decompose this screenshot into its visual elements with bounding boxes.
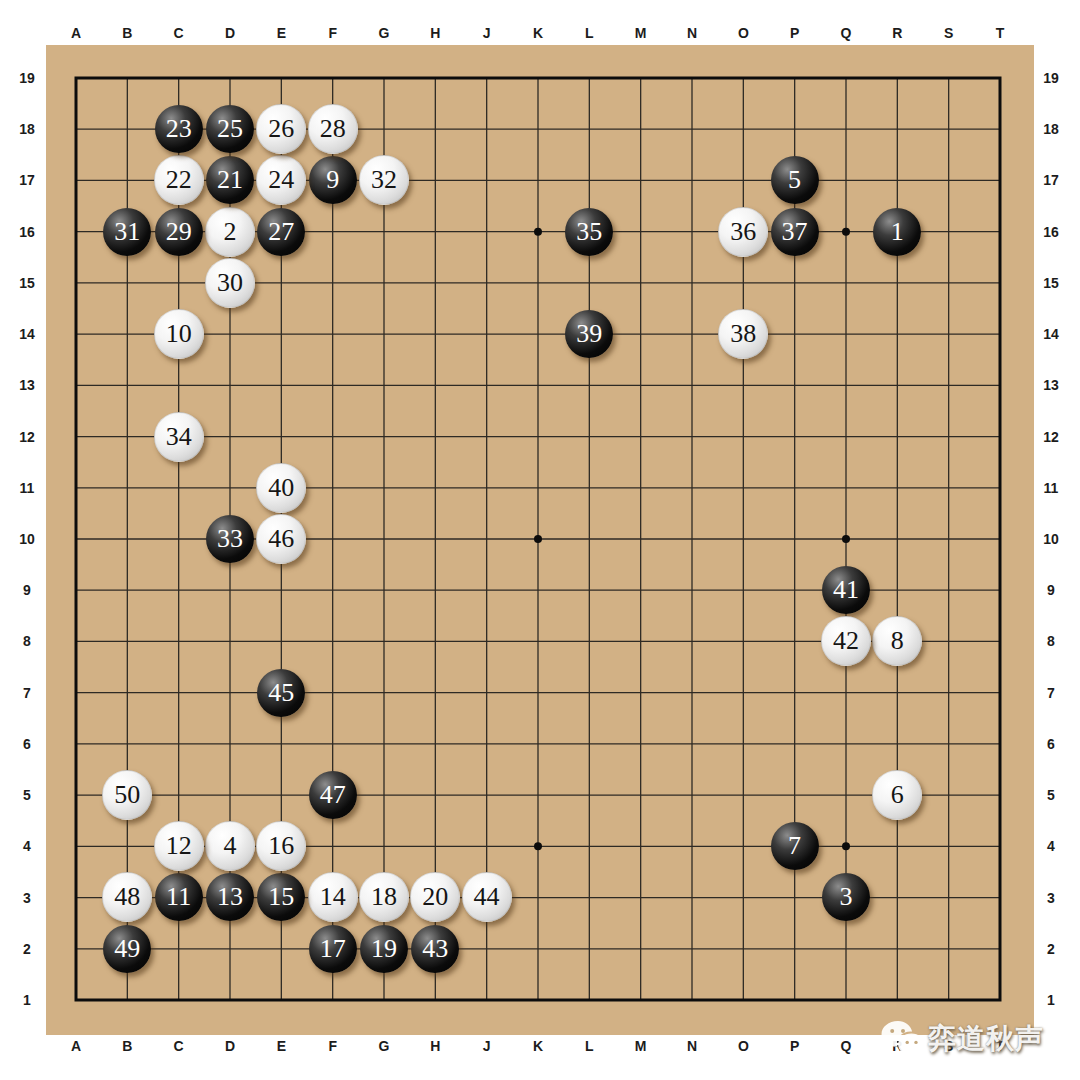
row-label-left-9: 9 [23, 582, 31, 598]
move-number: 22 [166, 167, 192, 193]
stone-white-F18: 28 [308, 104, 358, 154]
stone-white-E17: 24 [256, 155, 306, 205]
cell-B3: 48 [102, 872, 153, 923]
column-label-top-A: A [71, 25, 81, 41]
row-label-left-4: 4 [23, 838, 31, 854]
stone-white-Q8: 42 [821, 616, 871, 666]
cell-P17: 5 [769, 155, 820, 206]
stone-black-D3: 13 [206, 873, 254, 921]
move-number: 25 [217, 116, 243, 142]
stone-black-L14: 39 [565, 310, 613, 358]
cell-E4: 16 [256, 821, 307, 872]
column-label-top-O: O [738, 25, 749, 41]
cell-H3: 20 [410, 872, 461, 923]
row-label-right-10: 10 [1043, 531, 1059, 547]
row-label-right-16: 16 [1043, 224, 1059, 240]
stone-black-B2: 49 [103, 925, 151, 973]
stone-black-H2: 43 [411, 925, 459, 973]
go-diagram: 1234567891011121314151617181920212223242… [0, 0, 1080, 1080]
column-label-bottom-J: J [483, 1038, 491, 1054]
row-label-right-6: 6 [1047, 736, 1055, 752]
row-label-left-6: 6 [23, 736, 31, 752]
column-label-bottom-K: K [533, 1038, 543, 1054]
column-label-bottom-S: S [944, 1038, 953, 1054]
column-label-bottom-D: D [225, 1038, 235, 1054]
column-label-top-C: C [174, 25, 184, 41]
row-label-right-13: 13 [1043, 377, 1059, 393]
cell-G3: 18 [358, 872, 409, 923]
column-label-bottom-P: P [790, 1038, 799, 1054]
stone-black-P16: 37 [771, 208, 819, 256]
move-number: 32 [371, 167, 397, 193]
row-label-left-10: 10 [19, 531, 35, 547]
column-label-bottom-Q: Q [841, 1038, 852, 1054]
move-number: 5 [788, 167, 801, 193]
column-label-bottom-F: F [328, 1038, 337, 1054]
column-label-bottom-B: B [122, 1038, 132, 1054]
stone-black-F17: 9 [309, 156, 357, 204]
move-number: 36 [730, 219, 756, 245]
column-label-bottom-T: T [996, 1038, 1005, 1054]
column-label-top-S: S [944, 25, 953, 41]
move-number: 39 [576, 321, 602, 347]
move-number: 17 [320, 936, 346, 962]
stone-black-F5: 47 [309, 771, 357, 819]
row-label-right-1: 1 [1047, 992, 1055, 1008]
move-number: 23 [166, 116, 192, 142]
row-label-right-14: 14 [1043, 326, 1059, 342]
stone-white-J3: 44 [462, 872, 512, 922]
move-number: 46 [268, 526, 294, 552]
cell-C12: 34 [153, 411, 204, 462]
cell-O16: 36 [718, 206, 769, 257]
move-number: 18 [371, 884, 397, 910]
row-label-right-4: 4 [1047, 838, 1055, 854]
column-label-top-L: L [585, 25, 594, 41]
row-label-right-15: 15 [1043, 275, 1059, 291]
cell-E10: 46 [256, 513, 307, 564]
move-number: 35 [576, 219, 602, 245]
cell-D18: 25 [204, 104, 255, 155]
move-number: 16 [268, 833, 294, 859]
row-label-left-7: 7 [23, 685, 31, 701]
column-label-bottom-N: N [687, 1038, 697, 1054]
stone-white-O16: 36 [718, 207, 768, 257]
move-number: 8 [891, 628, 904, 654]
cell-C3: 11 [153, 872, 204, 923]
cell-O14: 38 [718, 308, 769, 359]
stone-black-E3: 15 [257, 873, 305, 921]
cell-J3: 44 [461, 872, 512, 923]
stone-white-E11: 40 [256, 463, 306, 513]
row-label-left-12: 12 [19, 429, 35, 445]
column-label-top-J: J [483, 25, 491, 41]
row-label-left-11: 11 [20, 480, 35, 496]
stone-white-R5: 6 [872, 770, 922, 820]
column-label-bottom-A: A [71, 1038, 81, 1054]
move-number: 47 [320, 782, 346, 808]
move-number: 50 [114, 782, 140, 808]
move-number: 12 [166, 833, 192, 859]
cell-D16: 2 [204, 206, 255, 257]
cell-C17: 22 [153, 155, 204, 206]
column-label-top-K: K [533, 25, 543, 41]
move-number: 20 [422, 884, 448, 910]
column-label-bottom-O: O [738, 1038, 749, 1054]
stone-black-E16: 27 [257, 208, 305, 256]
column-label-bottom-L: L [585, 1038, 594, 1054]
move-number: 24 [268, 167, 294, 193]
cell-D3: 13 [204, 872, 255, 923]
move-number: 48 [114, 884, 140, 910]
cell-D17: 21 [204, 155, 255, 206]
cell-C14: 10 [153, 308, 204, 359]
move-number: 28 [320, 116, 346, 142]
cell-F17: 9 [307, 155, 358, 206]
column-label-top-T: T [996, 25, 1005, 41]
stone-white-D15: 30 [205, 258, 255, 308]
column-label-top-F: F [328, 25, 337, 41]
column-label-bottom-H: H [430, 1038, 440, 1054]
move-number: 7 [788, 833, 801, 859]
cell-E17: 24 [256, 155, 307, 206]
move-number: 11 [166, 884, 191, 910]
move-number: 2 [223, 219, 236, 245]
row-label-left-8: 8 [23, 633, 31, 649]
stone-black-E7: 45 [257, 669, 305, 717]
cell-F2: 17 [307, 923, 358, 974]
column-label-bottom-C: C [174, 1038, 184, 1054]
cell-D15: 30 [204, 257, 255, 308]
row-label-left-1: 1 [23, 992, 31, 1008]
column-label-bottom-R: R [892, 1038, 902, 1054]
move-number: 31 [114, 219, 140, 245]
row-label-left-16: 16 [19, 224, 35, 240]
cell-E7: 45 [256, 667, 307, 718]
cell-R5: 6 [872, 769, 923, 820]
stone-black-P4: 7 [771, 822, 819, 870]
stone-white-F3: 14 [308, 872, 358, 922]
row-label-right-9: 9 [1047, 582, 1055, 598]
cell-C16: 29 [153, 206, 204, 257]
cell-R8: 8 [872, 616, 923, 667]
move-number: 21 [217, 167, 243, 193]
cell-Q8: 42 [820, 616, 871, 667]
column-label-top-G: G [379, 25, 390, 41]
column-label-top-E: E [277, 25, 286, 41]
stone-black-Q3: 3 [822, 873, 870, 921]
cell-E3: 15 [256, 872, 307, 923]
stone-black-R16: 1 [873, 208, 921, 256]
stone-white-E4: 16 [256, 821, 306, 871]
cell-B16: 31 [102, 206, 153, 257]
cell-F5: 47 [307, 769, 358, 820]
column-label-top-Q: Q [841, 25, 852, 41]
cell-F18: 28 [307, 104, 358, 155]
move-number: 41 [833, 577, 859, 603]
move-number: 13 [217, 884, 243, 910]
stone-white-C4: 12 [154, 821, 204, 871]
row-label-left-5: 5 [23, 787, 31, 803]
move-number: 38 [730, 321, 756, 347]
column-label-top-P: P [790, 25, 799, 41]
cell-Q3: 3 [820, 872, 871, 923]
move-number: 27 [268, 219, 294, 245]
stone-white-E10: 46 [256, 514, 306, 564]
column-label-bottom-G: G [379, 1038, 390, 1054]
column-label-top-M: M [635, 25, 647, 41]
stone-black-P17: 5 [771, 156, 819, 204]
move-number: 33 [217, 526, 243, 552]
row-label-right-19: 19 [1043, 70, 1059, 86]
row-label-left-2: 2 [23, 941, 31, 957]
row-label-right-7: 7 [1047, 685, 1055, 701]
move-number: 14 [320, 884, 346, 910]
stone-white-G17: 32 [359, 155, 409, 205]
cell-L16: 35 [564, 206, 615, 257]
column-label-top-D: D [225, 25, 235, 41]
cell-F3: 14 [307, 872, 358, 923]
move-number: 37 [782, 219, 808, 245]
stone-white-C12: 34 [154, 412, 204, 462]
move-number: 42 [833, 628, 859, 654]
cell-B2: 49 [102, 923, 153, 974]
stone-black-L16: 35 [565, 208, 613, 256]
cell-D10: 33 [204, 513, 255, 564]
stone-black-C16: 29 [155, 208, 203, 256]
stone-white-E18: 26 [256, 104, 306, 154]
cell-P16: 37 [769, 206, 820, 257]
move-number: 9 [326, 167, 339, 193]
stone-white-G3: 18 [359, 872, 409, 922]
row-label-right-12: 12 [1043, 429, 1059, 445]
stone-white-R8: 8 [872, 616, 922, 666]
cell-E11: 40 [256, 462, 307, 513]
move-number: 26 [268, 116, 294, 142]
column-label-top-R: R [892, 25, 902, 41]
stone-white-D4: 4 [205, 821, 255, 871]
move-number: 15 [268, 884, 294, 910]
stone-black-D18: 25 [206, 105, 254, 153]
row-label-left-18: 18 [19, 121, 35, 137]
stone-black-Q9: 41 [822, 566, 870, 614]
cell-R16: 1 [872, 206, 923, 257]
move-number: 6 [891, 782, 904, 808]
stone-black-B16: 31 [103, 208, 151, 256]
cell-G2: 19 [358, 923, 409, 974]
row-label-right-18: 18 [1043, 121, 1059, 137]
column-label-bottom-M: M [635, 1038, 647, 1054]
cell-E16: 27 [256, 206, 307, 257]
move-number: 29 [166, 219, 192, 245]
cell-E18: 26 [256, 104, 307, 155]
move-number: 49 [114, 936, 140, 962]
board-intersections: 1234567891011121314151617181920212223242… [50, 52, 1025, 1025]
stone-white-O14: 38 [718, 309, 768, 359]
move-number: 4 [223, 833, 236, 859]
row-label-right-17: 17 [1043, 172, 1059, 188]
move-number: 45 [268, 680, 294, 706]
row-label-left-19: 19 [19, 70, 35, 86]
row-label-left-3: 3 [23, 890, 31, 906]
stone-black-C18: 23 [155, 105, 203, 153]
stone-black-D17: 21 [206, 156, 254, 204]
cell-L14: 39 [564, 308, 615, 359]
move-number: 43 [422, 936, 448, 962]
row-label-right-2: 2 [1047, 941, 1055, 957]
move-number: 40 [268, 475, 294, 501]
row-label-right-5: 5 [1047, 787, 1055, 803]
stone-white-H3: 20 [410, 872, 460, 922]
cell-P4: 7 [769, 821, 820, 872]
stone-white-C14: 10 [154, 309, 204, 359]
move-number: 10 [166, 321, 192, 347]
move-number: 1 [891, 219, 904, 245]
row-label-left-15: 15 [19, 275, 35, 291]
row-label-right-8: 8 [1047, 633, 1055, 649]
move-number: 3 [839, 884, 852, 910]
stone-white-D16: 2 [205, 207, 255, 257]
stone-white-C17: 22 [154, 155, 204, 205]
move-number: 44 [474, 884, 500, 910]
cell-G17: 32 [358, 155, 409, 206]
column-label-top-B: B [122, 25, 132, 41]
stone-black-D10: 33 [206, 515, 254, 563]
cell-D4: 4 [204, 821, 255, 872]
cell-C4: 12 [153, 821, 204, 872]
move-number: 30 [217, 270, 243, 296]
column-label-top-N: N [687, 25, 697, 41]
cell-B5: 50 [102, 769, 153, 820]
cell-C18: 23 [153, 104, 204, 155]
row-label-right-11: 11 [1044, 480, 1059, 496]
row-label-right-3: 3 [1047, 890, 1055, 906]
column-label-top-H: H [430, 25, 440, 41]
stone-black-G2: 19 [360, 925, 408, 973]
go-board: 1234567891011121314151617181920212223242… [46, 45, 1034, 1035]
cell-Q9: 41 [820, 565, 871, 616]
stone-white-B3: 48 [102, 872, 152, 922]
cell-H2: 43 [410, 923, 461, 974]
stone-white-B5: 50 [102, 770, 152, 820]
move-number: 19 [371, 936, 397, 962]
stone-black-F2: 17 [309, 925, 357, 973]
row-label-left-17: 17 [19, 172, 35, 188]
row-label-left-14: 14 [19, 326, 35, 342]
column-label-bottom-E: E [277, 1038, 286, 1054]
stone-black-C3: 11 [155, 873, 203, 921]
row-label-left-13: 13 [19, 377, 35, 393]
move-number: 34 [166, 424, 192, 450]
